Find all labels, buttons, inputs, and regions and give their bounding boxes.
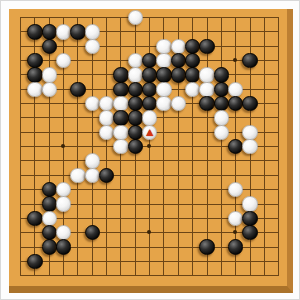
white-stone[interactable] xyxy=(99,96,114,111)
black-stone[interactable] xyxy=(199,96,214,111)
white-stone[interactable] xyxy=(56,196,71,211)
black-stone[interactable] xyxy=(242,211,257,226)
white-stone[interactable] xyxy=(156,39,171,54)
white-stone[interactable] xyxy=(113,96,128,111)
white-stone[interactable] xyxy=(85,96,100,111)
black-stone[interactable] xyxy=(156,67,171,82)
black-stone[interactable] xyxy=(128,96,143,111)
black-stone[interactable] xyxy=(99,168,114,183)
white-stone[interactable] xyxy=(242,139,257,154)
black-stone[interactable] xyxy=(85,225,100,240)
white-stone[interactable] xyxy=(214,110,229,125)
black-stone[interactable] xyxy=(228,239,243,254)
white-stone[interactable] xyxy=(142,110,157,125)
black-stone[interactable] xyxy=(142,96,157,111)
white-stone[interactable] xyxy=(85,39,100,54)
white-stone[interactable] xyxy=(70,168,85,183)
black-stone[interactable] xyxy=(27,67,42,82)
black-stone[interactable] xyxy=(42,239,57,254)
white-stone[interactable] xyxy=(199,67,214,82)
black-stone[interactable] xyxy=(242,225,257,240)
white-stone[interactable] xyxy=(228,182,243,197)
white-stone[interactable] xyxy=(214,125,229,140)
white-stone[interactable] xyxy=(171,96,186,111)
black-stone[interactable] xyxy=(42,182,57,197)
black-stone[interactable] xyxy=(228,139,243,154)
black-stone[interactable] xyxy=(214,67,229,82)
white-stone[interactable] xyxy=(228,82,243,97)
white-stone[interactable] xyxy=(156,82,171,97)
white-stone[interactable] xyxy=(56,53,71,68)
black-stone[interactable] xyxy=(113,67,128,82)
black-stone[interactable] xyxy=(214,82,229,97)
black-stone[interactable] xyxy=(242,96,257,111)
black-stone[interactable] xyxy=(42,39,57,54)
last-move-marked-stone[interactable]: ▲ xyxy=(142,125,157,140)
black-stone[interactable] xyxy=(27,211,42,226)
black-stone[interactable] xyxy=(242,53,257,68)
black-stone[interactable] xyxy=(142,82,157,97)
white-stone[interactable] xyxy=(42,82,57,97)
black-stone[interactable] xyxy=(113,110,128,125)
white-stone[interactable] xyxy=(99,125,114,140)
triangle-marker-icon: ▲ xyxy=(143,126,156,139)
black-stone[interactable] xyxy=(70,24,85,39)
white-stone[interactable] xyxy=(27,82,42,97)
black-stone[interactable] xyxy=(185,39,200,54)
white-stone[interactable] xyxy=(156,53,171,68)
white-stone[interactable] xyxy=(199,82,214,97)
white-stone[interactable] xyxy=(128,53,143,68)
white-stone[interactable] xyxy=(242,196,257,211)
black-stone[interactable] xyxy=(199,39,214,54)
black-stone[interactable] xyxy=(228,96,243,111)
black-stone[interactable] xyxy=(128,139,143,154)
white-stone[interactable] xyxy=(128,67,143,82)
white-stone[interactable] xyxy=(42,211,57,226)
white-stone[interactable] xyxy=(185,82,200,97)
stones-grid: ▲ xyxy=(13,10,286,283)
white-stone[interactable] xyxy=(56,182,71,197)
black-stone[interactable] xyxy=(199,239,214,254)
white-stone[interactable] xyxy=(171,39,186,54)
white-stone[interactable] xyxy=(99,110,114,125)
white-stone[interactable] xyxy=(113,125,128,140)
white-stone[interactable] xyxy=(85,24,100,39)
black-stone[interactable] xyxy=(42,24,57,39)
black-stone[interactable] xyxy=(128,82,143,97)
white-stone[interactable] xyxy=(156,96,171,111)
black-stone[interactable] xyxy=(142,67,157,82)
black-stone[interactable] xyxy=(128,110,143,125)
white-stone[interactable] xyxy=(113,139,128,154)
black-stone[interactable] xyxy=(113,82,128,97)
white-stone[interactable] xyxy=(56,225,71,240)
black-stone[interactable] xyxy=(214,96,229,111)
page-background: ▲ xyxy=(0,0,300,300)
black-stone[interactable] xyxy=(27,24,42,39)
black-stone[interactable] xyxy=(171,53,186,68)
white-stone[interactable] xyxy=(85,168,100,183)
black-stone[interactable] xyxy=(42,225,57,240)
white-stone[interactable] xyxy=(56,24,71,39)
white-stone[interactable] xyxy=(228,211,243,226)
black-stone[interactable] xyxy=(27,254,42,269)
black-stone[interactable] xyxy=(42,196,57,211)
white-stone[interactable] xyxy=(242,125,257,140)
black-stone[interactable] xyxy=(56,239,71,254)
black-stone[interactable] xyxy=(70,82,85,97)
black-stone[interactable] xyxy=(171,67,186,82)
white-stone[interactable] xyxy=(85,153,100,168)
black-stone[interactable] xyxy=(142,53,157,68)
black-stone[interactable] xyxy=(185,67,200,82)
white-stone[interactable] xyxy=(128,10,143,25)
white-stone[interactable] xyxy=(42,67,57,82)
black-stone[interactable] xyxy=(27,53,42,68)
black-stone[interactable] xyxy=(185,53,200,68)
go-board[interactable]: ▲ xyxy=(9,9,293,293)
black-stone[interactable] xyxy=(128,125,143,140)
